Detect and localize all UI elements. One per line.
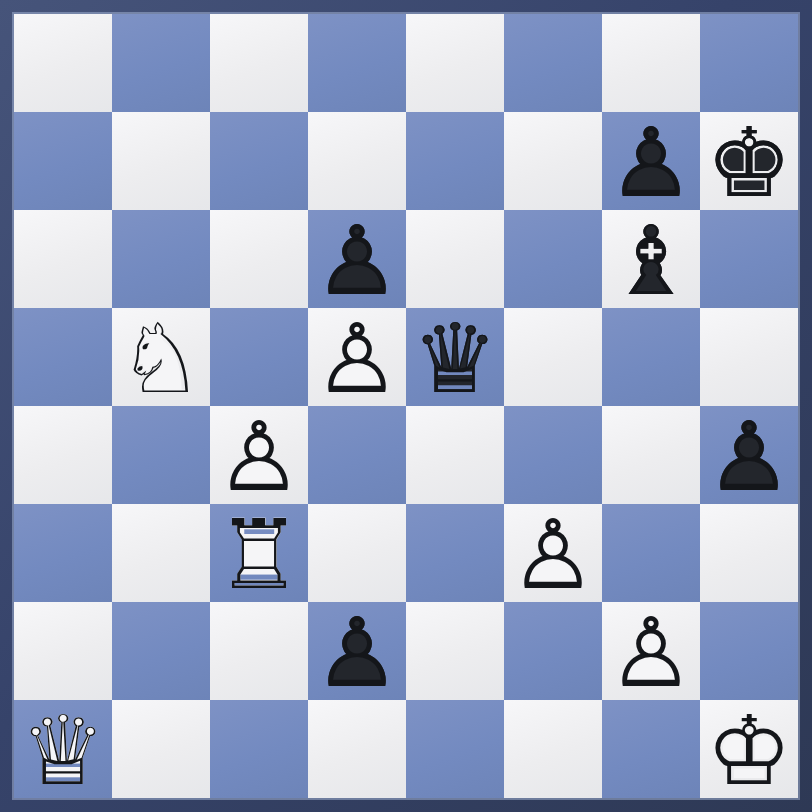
square-f5[interactable] [504,308,602,406]
square-e3[interactable] [406,504,504,602]
square-c7[interactable] [210,112,308,210]
piece-outline-glyph: ♙ [314,605,400,701]
piece-outline-glyph: ♙ [216,409,302,505]
white-rook[interactable]: ♜♖ [210,504,308,602]
square-c6[interactable] [210,210,308,308]
square-e5[interactable]: ♛♕ [406,308,504,406]
square-d4[interactable] [308,406,406,504]
square-e8[interactable] [406,14,504,112]
black-pawn[interactable]: ♟♙ [308,602,406,700]
square-c5[interactable] [210,308,308,406]
square-f2[interactable] [504,602,602,700]
square-e1[interactable] [406,700,504,798]
square-d1[interactable] [308,700,406,798]
square-e2[interactable] [406,602,504,700]
square-c1[interactable] [210,700,308,798]
square-g2[interactable]: ♟♙ [602,602,700,700]
square-a1[interactable]: ♛♕ [14,700,112,798]
piece-outline-glyph: ♗ [608,213,694,309]
square-h8[interactable] [700,14,798,112]
square-h2[interactable] [700,602,798,700]
square-b5[interactable]: ♞♘ [112,308,210,406]
square-a4[interactable] [14,406,112,504]
square-c4[interactable]: ♟♙ [210,406,308,504]
square-h6[interactable] [700,210,798,308]
black-queen[interactable]: ♛♕ [406,308,504,406]
square-g5[interactable] [602,308,700,406]
piece-outline-glyph: ♙ [706,409,792,505]
square-d7[interactable] [308,112,406,210]
square-g4[interactable] [602,406,700,504]
square-c2[interactable] [210,602,308,700]
black-bishop[interactable]: ♝♗ [602,210,700,308]
square-b7[interactable] [112,112,210,210]
square-e7[interactable] [406,112,504,210]
piece-outline-glyph: ♙ [510,507,596,603]
piece-outline-glyph: ♔ [706,703,792,799]
square-h3[interactable] [700,504,798,602]
square-g6[interactable]: ♝♗ [602,210,700,308]
square-a5[interactable] [14,308,112,406]
square-a7[interactable] [14,112,112,210]
square-f4[interactable] [504,406,602,504]
square-a2[interactable] [14,602,112,700]
piece-outline-glyph: ♕ [412,311,498,407]
piece-outline-glyph: ♙ [314,213,400,309]
chess-board: ♟♙♚♔♟♙♝♗♞♘♟♙♛♕♟♙♟♙♜♖♟♙♟♙♟♙♛♕♚♔ [14,14,798,798]
white-queen[interactable]: ♛♕ [14,700,112,798]
square-f8[interactable] [504,14,602,112]
black-pawn[interactable]: ♟♙ [308,210,406,308]
square-h7[interactable]: ♚♔ [700,112,798,210]
square-b3[interactable] [112,504,210,602]
square-a8[interactable] [14,14,112,112]
square-g3[interactable] [602,504,700,602]
square-a6[interactable] [14,210,112,308]
square-d8[interactable] [308,14,406,112]
square-a3[interactable] [14,504,112,602]
square-b2[interactable] [112,602,210,700]
square-h4[interactable]: ♟♙ [700,406,798,504]
black-pawn[interactable]: ♟♙ [700,406,798,504]
piece-outline-glyph: ♙ [314,311,400,407]
square-g1[interactable] [602,700,700,798]
square-c3[interactable]: ♜♖ [210,504,308,602]
square-f7[interactable] [504,112,602,210]
square-g8[interactable] [602,14,700,112]
white-king[interactable]: ♚♔ [700,700,798,798]
piece-outline-glyph: ♙ [608,605,694,701]
square-d2[interactable]: ♟♙ [308,602,406,700]
piece-outline-glyph: ♕ [20,703,106,799]
square-h5[interactable] [700,308,798,406]
square-h1[interactable]: ♚♔ [700,700,798,798]
square-d5[interactable]: ♟♙ [308,308,406,406]
square-f6[interactable] [504,210,602,308]
white-pawn[interactable]: ♟♙ [210,406,308,504]
piece-outline-glyph: ♔ [706,115,792,211]
white-knight[interactable]: ♞♘ [112,308,210,406]
white-pawn[interactable]: ♟♙ [308,308,406,406]
square-d6[interactable]: ♟♙ [308,210,406,308]
square-f3[interactable]: ♟♙ [504,504,602,602]
black-pawn[interactable]: ♟♙ [602,112,700,210]
square-g7[interactable]: ♟♙ [602,112,700,210]
square-e4[interactable] [406,406,504,504]
square-d3[interactable] [308,504,406,602]
piece-outline-glyph: ♖ [216,507,302,603]
piece-outline-glyph: ♙ [608,115,694,211]
square-f1[interactable] [504,700,602,798]
white-pawn[interactable]: ♟♙ [602,602,700,700]
square-e6[interactable] [406,210,504,308]
square-b6[interactable] [112,210,210,308]
square-c8[interactable] [210,14,308,112]
square-b4[interactable] [112,406,210,504]
chess-board-frame: ♟♙♚♔♟♙♝♗♞♘♟♙♛♕♟♙♟♙♜♖♟♙♟♙♟♙♛♕♚♔ [0,0,812,812]
piece-outline-glyph: ♘ [118,311,204,407]
black-king[interactable]: ♚♔ [700,112,798,210]
square-b8[interactable] [112,14,210,112]
square-b1[interactable] [112,700,210,798]
white-pawn[interactable]: ♟♙ [504,504,602,602]
